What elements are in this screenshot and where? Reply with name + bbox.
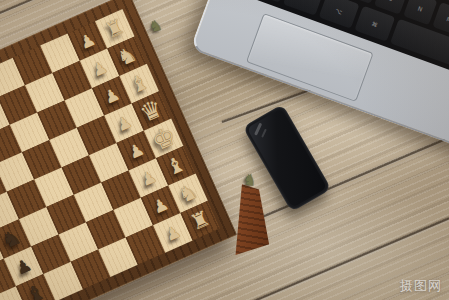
scene-photo: ♜♞♝♛♚♝♞♜♟♟♟♟♟♟♟♟♞♟♝ QWERTYUIOP[]\ASDFGHJ… xyxy=(0,0,449,300)
keyboard-key: ⌥ xyxy=(319,0,360,29)
keyboard-key: ⌃ xyxy=(283,0,324,16)
watermark: 摄图网 xyxy=(400,277,442,295)
keyboard-key xyxy=(390,19,449,95)
keyboard-key: fn xyxy=(247,0,288,3)
brass-knight-figurine: ♞ xyxy=(148,18,164,35)
